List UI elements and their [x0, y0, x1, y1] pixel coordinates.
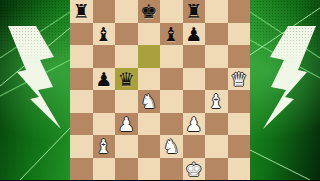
square-e4[interactable] [160, 90, 183, 113]
square-d4[interactable]: ♞ [138, 90, 161, 113]
square-c7[interactable] [115, 23, 138, 46]
square-h4[interactable] [228, 90, 251, 113]
square-b2[interactable]: ♝ [93, 135, 116, 158]
square-d6[interactable] [138, 45, 161, 68]
square-f3[interactable]: ♟ [183, 113, 206, 136]
app-background: ♜♚♜♝♝♟♟♛♛♞♝♟♟♝♞♚ [0, 0, 320, 180]
square-g3[interactable] [205, 113, 228, 136]
square-d5[interactable] [138, 68, 161, 91]
square-h3[interactable] [228, 113, 251, 136]
square-f4[interactable] [183, 90, 206, 113]
square-a8[interactable]: ♜ [70, 0, 93, 23]
square-a4[interactable] [70, 90, 93, 113]
piece-black-king[interactable]: ♚ [138, 0, 161, 23]
square-f5[interactable] [183, 68, 206, 91]
square-e6[interactable] [160, 45, 183, 68]
piece-white-bishop[interactable]: ♝ [93, 135, 116, 158]
square-c4[interactable] [115, 90, 138, 113]
square-b8[interactable] [93, 0, 116, 23]
square-c5[interactable]: ♛ [115, 68, 138, 91]
square-g6[interactable] [205, 45, 228, 68]
square-f2[interactable] [183, 135, 206, 158]
piece-white-knight[interactable]: ♞ [138, 90, 161, 113]
piece-white-knight[interactable]: ♞ [160, 135, 183, 158]
square-c3[interactable]: ♟ [115, 113, 138, 136]
square-f1[interactable]: ♚ [183, 158, 206, 181]
square-d7[interactable] [138, 23, 161, 46]
square-b5[interactable]: ♟ [93, 68, 116, 91]
square-f6[interactable] [183, 45, 206, 68]
square-e2[interactable]: ♞ [160, 135, 183, 158]
square-b6[interactable] [93, 45, 116, 68]
square-c1[interactable] [115, 158, 138, 181]
square-e8[interactable] [160, 0, 183, 23]
ray-line [250, 150, 310, 180]
square-c6[interactable] [115, 45, 138, 68]
piece-white-bishop[interactable]: ♝ [205, 90, 228, 113]
piece-black-rook[interactable]: ♜ [183, 0, 206, 23]
square-d1[interactable] [138, 158, 161, 181]
ray-line [20, 128, 70, 180]
square-h7[interactable] [228, 23, 251, 46]
piece-white-pawn[interactable]: ♟ [115, 113, 138, 136]
piece-black-queen[interactable]: ♛ [115, 68, 138, 91]
square-e3[interactable] [160, 113, 183, 136]
square-g7[interactable] [205, 23, 228, 46]
square-f7[interactable]: ♟ [183, 23, 206, 46]
square-g2[interactable] [205, 135, 228, 158]
square-a1[interactable] [70, 158, 93, 181]
piece-white-king[interactable]: ♚ [183, 158, 206, 181]
square-a5[interactable] [70, 68, 93, 91]
square-g5[interactable] [205, 68, 228, 91]
square-g4[interactable]: ♝ [205, 90, 228, 113]
square-e1[interactable] [160, 158, 183, 181]
square-h8[interactable] [228, 0, 251, 23]
square-c2[interactable] [115, 135, 138, 158]
square-g1[interactable] [205, 158, 228, 181]
square-e5[interactable] [160, 68, 183, 91]
square-b4[interactable] [93, 90, 116, 113]
square-e7[interactable]: ♝ [160, 23, 183, 46]
piece-black-pawn[interactable]: ♟ [183, 23, 206, 46]
square-a7[interactable] [70, 23, 93, 46]
square-b3[interactable] [93, 113, 116, 136]
square-a3[interactable] [70, 113, 93, 136]
square-h1[interactable] [228, 158, 251, 181]
piece-white-queen[interactable]: ♛ [228, 68, 251, 91]
piece-black-bishop[interactable]: ♝ [160, 23, 183, 46]
square-f8[interactable]: ♜ [183, 0, 206, 23]
piece-black-pawn[interactable]: ♟ [93, 68, 116, 91]
square-h6[interactable] [228, 45, 251, 68]
square-h5[interactable]: ♛ [228, 68, 251, 91]
square-d8[interactable]: ♚ [138, 0, 161, 23]
square-b7[interactable]: ♝ [93, 23, 116, 46]
square-d2[interactable] [138, 135, 161, 158]
square-a6[interactable] [70, 45, 93, 68]
piece-white-pawn[interactable]: ♟ [183, 113, 206, 136]
square-a2[interactable] [70, 135, 93, 158]
square-c8[interactable] [115, 0, 138, 23]
chess-board: ♜♚♜♝♝♟♟♛♛♞♝♟♟♝♞♚ [70, 0, 250, 180]
square-g8[interactable] [205, 0, 228, 23]
square-h2[interactable] [228, 135, 251, 158]
piece-black-rook[interactable]: ♜ [70, 0, 93, 23]
piece-black-bishop[interactable]: ♝ [93, 23, 116, 46]
square-d3[interactable] [138, 113, 161, 136]
square-b1[interactable] [93, 158, 116, 181]
